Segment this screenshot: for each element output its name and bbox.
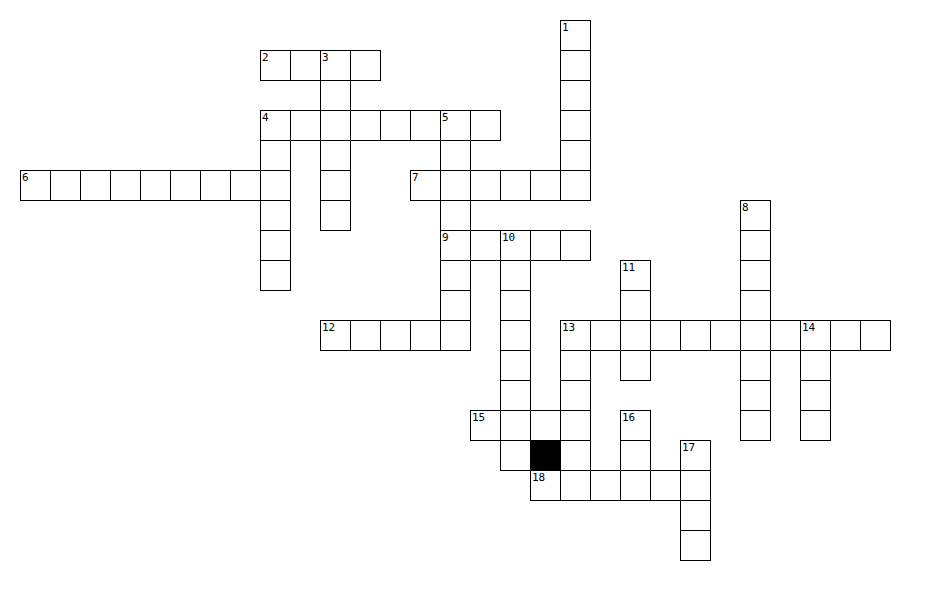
cell-r5-c0[interactable]: 6 xyxy=(20,170,51,201)
crossword-page: 123456789101112131415161718 xyxy=(0,0,940,610)
cell-r5-c3[interactable] xyxy=(110,170,141,201)
cell-r10-c26[interactable]: 14 xyxy=(800,320,831,351)
cell-r10-c18[interactable]: 13 xyxy=(560,320,591,351)
clue-number-12: 12 xyxy=(322,321,335,334)
cell-r5-c15[interactable] xyxy=(470,170,501,201)
cell-r6-c24[interactable]: 8 xyxy=(740,200,771,231)
cell-r6-c8[interactable] xyxy=(260,200,291,231)
cell-r15-c22[interactable] xyxy=(680,470,711,501)
cell-r14-c22[interactable]: 17 xyxy=(680,440,711,471)
cell-r10-c11[interactable] xyxy=(350,320,381,351)
cell-r10-c13[interactable] xyxy=(410,320,441,351)
clue-number-3: 3 xyxy=(322,51,329,64)
clue-number-11: 11 xyxy=(622,261,635,274)
cell-r13-c16[interactable] xyxy=(500,410,531,441)
crossword-grid: 123456789101112131415161718 xyxy=(0,0,940,610)
clue-number-18: 18 xyxy=(532,471,545,484)
cell-r0-c18[interactable]: 1 xyxy=(560,20,591,51)
cell-r15-c20[interactable] xyxy=(620,470,651,501)
cell-r8-c20[interactable]: 11 xyxy=(620,260,651,291)
cell-r7-c14[interactable]: 9 xyxy=(440,230,471,261)
cell-r10-c23[interactable] xyxy=(710,320,741,351)
cell-r10-c21[interactable] xyxy=(650,320,681,351)
cell-r14-c20[interactable] xyxy=(620,440,651,471)
cell-r15-c21[interactable] xyxy=(650,470,681,501)
blocked-cell-r14-c17 xyxy=(530,440,561,471)
cell-r13-c17[interactable] xyxy=(530,410,561,441)
cell-r6-c10[interactable] xyxy=(320,200,351,231)
cell-r10-c22[interactable] xyxy=(680,320,711,351)
cell-r5-c10[interactable] xyxy=(320,170,351,201)
cell-r12-c16[interactable] xyxy=(500,380,531,411)
cell-r3-c18[interactable] xyxy=(560,110,591,141)
cell-r7-c17[interactable] xyxy=(530,230,561,261)
cell-r13-c15[interactable]: 15 xyxy=(470,410,501,441)
cell-r17-c22[interactable] xyxy=(680,530,711,561)
cell-r5-c17[interactable] xyxy=(530,170,561,201)
cell-r2-c10[interactable] xyxy=(320,80,351,111)
cell-r3-c12[interactable] xyxy=(380,110,411,141)
clue-number-1: 1 xyxy=(562,21,569,34)
cell-r5-c5[interactable] xyxy=(170,170,201,201)
cell-r8-c16[interactable] xyxy=(500,260,531,291)
cell-r11-c26[interactable] xyxy=(800,350,831,381)
cell-r3-c8[interactable]: 4 xyxy=(260,110,291,141)
cell-r5-c16[interactable] xyxy=(500,170,531,201)
cell-r5-c7[interactable] xyxy=(230,170,261,201)
cell-r11-c24[interactable] xyxy=(740,350,771,381)
cell-r7-c8[interactable] xyxy=(260,230,291,261)
clue-number-14: 14 xyxy=(802,321,815,334)
cell-r10-c24[interactable] xyxy=(740,320,771,351)
cell-r10-c20[interactable] xyxy=(620,320,651,351)
clue-number-9: 9 xyxy=(442,231,449,244)
cell-r14-c16[interactable] xyxy=(500,440,531,471)
cell-r1-c18[interactable] xyxy=(560,50,591,81)
cell-r9-c24[interactable] xyxy=(740,290,771,321)
cell-r10-c12[interactable] xyxy=(380,320,411,351)
cell-r11-c16[interactable] xyxy=(500,350,531,381)
cell-r5-c6[interactable] xyxy=(200,170,231,201)
cell-r7-c24[interactable] xyxy=(740,230,771,261)
cell-r11-c18[interactable] xyxy=(560,350,591,381)
cell-r10-c14[interactable] xyxy=(440,320,471,351)
cell-r5-c14[interactable] xyxy=(440,170,471,201)
cell-r4-c8[interactable] xyxy=(260,140,291,171)
cell-r3-c10[interactable] xyxy=(320,110,351,141)
cell-r12-c26[interactable] xyxy=(800,380,831,411)
cell-r13-c20[interactable]: 16 xyxy=(620,410,651,441)
cell-r3-c11[interactable] xyxy=(350,110,381,141)
cell-r10-c19[interactable] xyxy=(590,320,621,351)
cell-r4-c10[interactable] xyxy=(320,140,351,171)
cell-r1-c8[interactable]: 2 xyxy=(260,50,291,81)
cell-r5-c1[interactable] xyxy=(50,170,81,201)
cell-r1-c9[interactable] xyxy=(290,50,321,81)
clue-number-6: 6 xyxy=(22,171,29,184)
clue-number-15: 15 xyxy=(472,411,485,424)
cell-r16-c22[interactable] xyxy=(680,500,711,531)
clue-number-7: 7 xyxy=(412,171,419,184)
cell-r9-c16[interactable] xyxy=(500,290,531,321)
clue-number-16: 16 xyxy=(622,411,635,424)
cell-r5-c4[interactable] xyxy=(140,170,171,201)
cell-r8-c24[interactable] xyxy=(740,260,771,291)
cell-r14-c18[interactable] xyxy=(560,440,591,471)
cell-r6-c14[interactable] xyxy=(440,200,471,231)
clue-number-10: 10 xyxy=(502,231,515,244)
cell-r5-c13[interactable]: 7 xyxy=(410,170,441,201)
cell-r10-c28[interactable] xyxy=(860,320,891,351)
cell-r10-c10[interactable]: 12 xyxy=(320,320,351,351)
cell-r13-c24[interactable] xyxy=(740,410,771,441)
cell-r15-c19[interactable] xyxy=(590,470,621,501)
cell-r1-c11[interactable] xyxy=(350,50,381,81)
cell-r2-c18[interactable] xyxy=(560,80,591,111)
cell-r9-c20[interactable] xyxy=(620,290,651,321)
clue-number-5: 5 xyxy=(442,111,449,124)
cell-r4-c18[interactable] xyxy=(560,140,591,171)
cell-r10-c27[interactable] xyxy=(830,320,861,351)
clue-number-8: 8 xyxy=(742,201,749,214)
cell-r5-c18[interactable] xyxy=(560,170,591,201)
cell-r9-c14[interactable] xyxy=(440,290,471,321)
cell-r8-c14[interactable] xyxy=(440,260,471,291)
cell-r11-c20[interactable] xyxy=(620,350,651,381)
cell-r7-c18[interactable] xyxy=(560,230,591,261)
clue-number-4: 4 xyxy=(262,111,269,124)
cell-r10-c25[interactable] xyxy=(770,320,801,351)
cell-r7-c15[interactable] xyxy=(470,230,501,261)
cell-r1-c10[interactable]: 3 xyxy=(320,50,351,81)
cell-r3-c14[interactable]: 5 xyxy=(440,110,471,141)
cell-r7-c16[interactable]: 10 xyxy=(500,230,531,261)
cell-r12-c24[interactable] xyxy=(740,380,771,411)
cell-r13-c26[interactable] xyxy=(800,410,831,441)
cell-r13-c18[interactable] xyxy=(560,410,591,441)
clue-number-13: 13 xyxy=(562,321,575,334)
cell-r15-c17[interactable]: 18 xyxy=(530,470,561,501)
cell-r12-c18[interactable] xyxy=(560,380,591,411)
cell-r5-c8[interactable] xyxy=(260,170,291,201)
cell-r3-c15[interactable] xyxy=(470,110,501,141)
clue-number-2: 2 xyxy=(262,51,269,64)
cell-r4-c14[interactable] xyxy=(440,140,471,171)
cell-r10-c16[interactable] xyxy=(500,320,531,351)
cell-r3-c9[interactable] xyxy=(290,110,321,141)
cell-r15-c18[interactable] xyxy=(560,470,591,501)
cell-r3-c13[interactable] xyxy=(410,110,441,141)
clue-number-17: 17 xyxy=(682,441,695,454)
cell-r5-c2[interactable] xyxy=(80,170,111,201)
cell-r8-c8[interactable] xyxy=(260,260,291,291)
